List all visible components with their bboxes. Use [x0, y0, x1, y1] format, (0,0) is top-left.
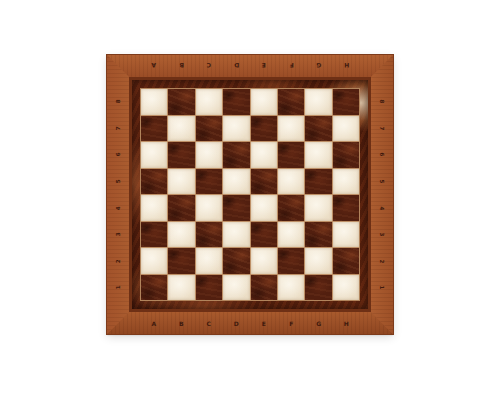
square-a3[interactable] [141, 222, 167, 248]
rank-label: 7 [369, 117, 396, 139]
rank-label: 6 [369, 144, 396, 166]
file-labels-top: ABCDEFGH [140, 55, 360, 77]
rank-label: 6 [105, 144, 132, 166]
photo-background: ABCDEFGH ABCDEFGH 87654321 87654321 [0, 0, 500, 400]
square-f5[interactable] [278, 169, 304, 195]
square-e6[interactable] [251, 142, 277, 168]
square-e1[interactable] [251, 275, 277, 301]
square-b8[interactable] [168, 89, 194, 115]
square-b3[interactable] [168, 222, 194, 248]
rank-label: 3 [369, 223, 396, 245]
file-label: D [223, 55, 251, 77]
file-label: A [140, 55, 168, 77]
square-d1[interactable] [223, 275, 249, 301]
square-b6[interactable] [168, 142, 194, 168]
squares-grid [140, 88, 360, 301]
rank-label: 7 [105, 117, 132, 139]
square-h5[interactable] [333, 169, 359, 195]
rank-label: 2 [105, 250, 132, 272]
chess-board: ABCDEFGH ABCDEFGH 87654321 87654321 [107, 55, 393, 334]
file-label: A [140, 312, 168, 334]
rank-label: 8 [369, 90, 396, 112]
square-a7[interactable] [141, 116, 167, 142]
square-c2[interactable] [196, 248, 222, 274]
square-a1[interactable] [141, 275, 167, 301]
square-f7[interactable] [278, 116, 304, 142]
square-e4[interactable] [251, 195, 277, 221]
file-label: F [278, 55, 306, 77]
rank-labels-right: 87654321 [371, 88, 393, 301]
file-label: E [250, 312, 278, 334]
square-b1[interactable] [168, 275, 194, 301]
square-b7[interactable] [168, 116, 194, 142]
rank-label: 4 [105, 197, 132, 219]
rank-label: 2 [369, 250, 396, 272]
square-e3[interactable] [251, 222, 277, 248]
file-label: C [195, 312, 223, 334]
square-h2[interactable] [333, 248, 359, 274]
marble-field [129, 77, 371, 312]
square-d3[interactable] [223, 222, 249, 248]
square-f4[interactable] [278, 195, 304, 221]
square-e5[interactable] [251, 169, 277, 195]
square-d6[interactable] [223, 142, 249, 168]
file-label: D [223, 312, 251, 334]
square-d2[interactable] [223, 248, 249, 274]
square-h4[interactable] [333, 195, 359, 221]
file-label: G [305, 312, 333, 334]
file-labels-bottom: ABCDEFGH [140, 312, 360, 334]
square-c7[interactable] [196, 116, 222, 142]
square-a8[interactable] [141, 89, 167, 115]
square-d8[interactable] [223, 89, 249, 115]
square-c5[interactable] [196, 169, 222, 195]
file-label: B [168, 55, 196, 77]
rank-labels-left: 87654321 [107, 88, 129, 301]
square-b5[interactable] [168, 169, 194, 195]
rank-label: 4 [369, 197, 396, 219]
square-a5[interactable] [141, 169, 167, 195]
rank-label: 5 [369, 170, 396, 192]
square-e2[interactable] [251, 248, 277, 274]
file-label: E [250, 55, 278, 77]
square-g6[interactable] [305, 142, 331, 168]
rank-label: 1 [105, 277, 132, 299]
square-f3[interactable] [278, 222, 304, 248]
square-c6[interactable] [196, 142, 222, 168]
square-g1[interactable] [305, 275, 331, 301]
square-a4[interactable] [141, 195, 167, 221]
square-g4[interactable] [305, 195, 331, 221]
square-c3[interactable] [196, 222, 222, 248]
square-a6[interactable] [141, 142, 167, 168]
square-c8[interactable] [196, 89, 222, 115]
square-f1[interactable] [278, 275, 304, 301]
square-d5[interactable] [223, 169, 249, 195]
square-f2[interactable] [278, 248, 304, 274]
square-f8[interactable] [278, 89, 304, 115]
square-b4[interactable] [168, 195, 194, 221]
rank-label: 8 [105, 90, 132, 112]
file-label: F [278, 312, 306, 334]
square-d4[interactable] [223, 195, 249, 221]
file-label: C [195, 55, 223, 77]
square-b2[interactable] [168, 248, 194, 274]
file-label: B [168, 312, 196, 334]
square-h1[interactable] [333, 275, 359, 301]
square-d7[interactable] [223, 116, 249, 142]
square-h3[interactable] [333, 222, 359, 248]
square-g8[interactable] [305, 89, 331, 115]
square-g3[interactable] [305, 222, 331, 248]
rank-label: 1 [369, 277, 396, 299]
rank-label: 3 [105, 223, 132, 245]
square-c4[interactable] [196, 195, 222, 221]
square-h7[interactable] [333, 116, 359, 142]
square-e7[interactable] [251, 116, 277, 142]
square-a2[interactable] [141, 248, 167, 274]
square-g5[interactable] [305, 169, 331, 195]
rank-label: 5 [105, 170, 132, 192]
square-g7[interactable] [305, 116, 331, 142]
square-f6[interactable] [278, 142, 304, 168]
square-g2[interactable] [305, 248, 331, 274]
square-c1[interactable] [196, 275, 222, 301]
square-h8[interactable] [333, 89, 359, 115]
square-h6[interactable] [333, 142, 359, 168]
file-label: G [305, 55, 333, 77]
square-e8[interactable] [251, 89, 277, 115]
file-label: H [333, 312, 361, 334]
file-label: H [333, 55, 361, 77]
